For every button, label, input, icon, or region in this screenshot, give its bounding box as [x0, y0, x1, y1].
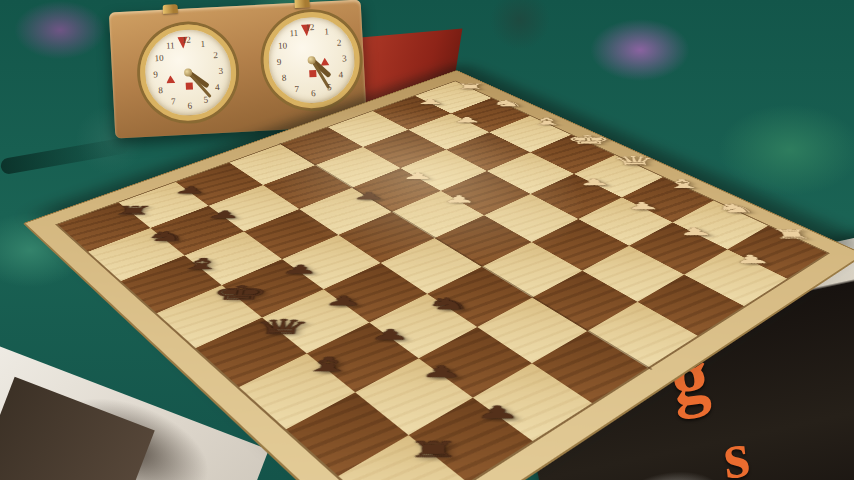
clock-numeral-11: 11 [289, 27, 298, 37]
clock-numeral-8: 8 [282, 73, 287, 83]
clock-numeral-3: 3 [342, 53, 347, 63]
clock-numeral-10: 10 [278, 40, 288, 50]
clock-numeral-1: 1 [200, 38, 205, 48]
clock-numeral-4: 4 [215, 82, 220, 92]
clock-numeral-6: 6 [311, 88, 316, 98]
clock-dial-right: 123456789101112 [261, 10, 362, 111]
clock-plunger-right[interactable] [294, 0, 310, 8]
clock-numeral-6: 6 [187, 100, 192, 110]
clock-dial-left: 123456789101112 [138, 22, 239, 123]
couch-seam [0, 137, 130, 175]
clock-numeral-10: 10 [154, 53, 164, 63]
clock-numeral-2: 2 [337, 37, 342, 47]
clock-logo-icon [185, 83, 192, 90]
clock-numeral-11: 11 [166, 40, 175, 50]
clock-numeral-7: 7 [171, 97, 176, 107]
clock-red-mark-icon [166, 75, 175, 83]
clock-numeral-5: 5 [327, 82, 332, 92]
clock-numeral-12: 12 [305, 22, 315, 32]
white-king-e1[interactable]: ♚ [567, 94, 614, 146]
clock-numeral-3: 3 [218, 66, 223, 76]
clock-numeral-7: 7 [294, 84, 299, 94]
magazine-letter: s [719, 416, 752, 480]
clock-numeral-2: 2 [213, 50, 218, 60]
clock-logo-icon [309, 70, 316, 77]
magazine-glint [602, 461, 734, 480]
white-queen-d1[interactable]: ♛ [613, 116, 659, 167]
clock-numeral-12: 12 [182, 35, 192, 45]
clock-numeral-8: 8 [158, 85, 163, 95]
clock-numeral-9: 9 [153, 69, 158, 79]
scene: … g s ♜♝♛♚♝♞♜♟♟♟♟♟♟♟♞♟♟♟♟♟♟♟♟♟♜♞♝♛♚♝♞♜ 1… [0, 0, 854, 480]
clock-numeral-5: 5 [203, 95, 208, 105]
clock-numeral-9: 9 [276, 57, 281, 67]
clock-numeral-1: 1 [324, 26, 329, 36]
clock-numeral-4: 4 [338, 70, 343, 80]
clock-plunger-left[interactable] [163, 4, 178, 14]
